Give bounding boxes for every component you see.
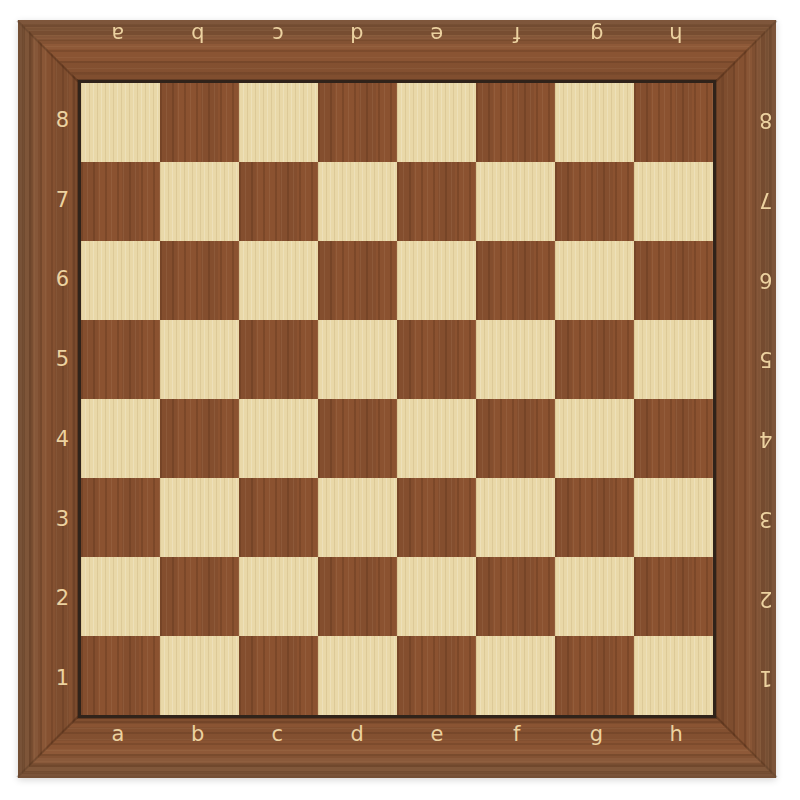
square-d7 [318, 162, 397, 241]
square-a6 [81, 241, 160, 320]
square-a8 [81, 83, 160, 162]
square-c5 [239, 320, 318, 399]
square-c8 [239, 83, 318, 162]
square-d2 [318, 557, 397, 636]
square-c4 [239, 399, 318, 478]
square-h5 [634, 320, 713, 399]
square-f1 [476, 636, 555, 715]
square-e2 [397, 557, 476, 636]
square-a3 [81, 478, 160, 557]
square-g6 [555, 241, 634, 320]
square-g3 [555, 478, 634, 557]
square-a4 [81, 399, 160, 478]
square-d4 [318, 399, 397, 478]
square-c3 [239, 478, 318, 557]
square-e3 [397, 478, 476, 557]
square-h1 [634, 636, 713, 715]
square-e6 [397, 241, 476, 320]
square-e5 [397, 320, 476, 399]
squares-grid [81, 83, 713, 715]
square-f7 [476, 162, 555, 241]
square-h7 [634, 162, 713, 241]
square-g8 [555, 83, 634, 162]
square-c7 [239, 162, 318, 241]
square-f6 [476, 241, 555, 320]
square-h2 [634, 557, 713, 636]
square-a1 [81, 636, 160, 715]
square-h4 [634, 399, 713, 478]
square-b5 [160, 320, 239, 399]
square-b3 [160, 478, 239, 557]
square-f2 [476, 557, 555, 636]
square-f3 [476, 478, 555, 557]
square-g5 [555, 320, 634, 399]
square-g4 [555, 399, 634, 478]
square-d8 [318, 83, 397, 162]
square-a2 [81, 557, 160, 636]
square-b4 [160, 399, 239, 478]
square-h6 [634, 241, 713, 320]
square-g2 [555, 557, 634, 636]
square-e7 [397, 162, 476, 241]
square-f5 [476, 320, 555, 399]
square-a7 [81, 162, 160, 241]
product-photo-background: abcdefgh abcdefgh 87654321 87654321 [0, 0, 800, 800]
square-f8 [476, 83, 555, 162]
square-c6 [239, 241, 318, 320]
square-a5 [81, 320, 160, 399]
square-b7 [160, 162, 239, 241]
square-d6 [318, 241, 397, 320]
square-b2 [160, 557, 239, 636]
square-e1 [397, 636, 476, 715]
square-e8 [397, 83, 476, 162]
square-b8 [160, 83, 239, 162]
square-b1 [160, 636, 239, 715]
square-e4 [397, 399, 476, 478]
square-h8 [634, 83, 713, 162]
square-h3 [634, 478, 713, 557]
chess-board: abcdefgh abcdefgh 87654321 87654321 [18, 20, 776, 778]
square-g1 [555, 636, 634, 715]
square-d5 [318, 320, 397, 399]
square-c1 [239, 636, 318, 715]
square-d3 [318, 478, 397, 557]
square-b6 [160, 241, 239, 320]
playing-field [78, 80, 716, 718]
square-f4 [476, 399, 555, 478]
square-d1 [318, 636, 397, 715]
square-c2 [239, 557, 318, 636]
square-g7 [555, 162, 634, 241]
